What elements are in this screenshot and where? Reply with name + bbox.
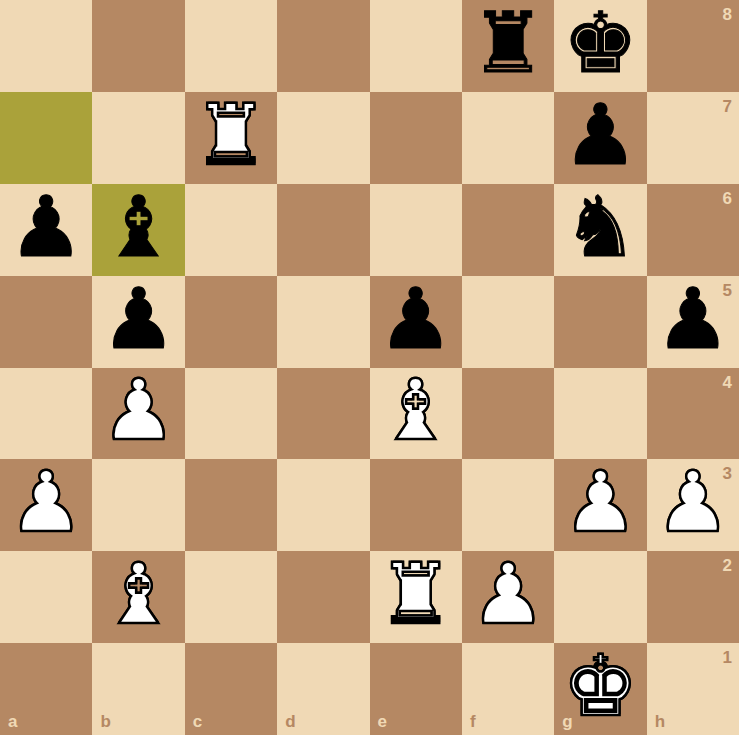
- square-d1[interactable]: d: [277, 643, 369, 735]
- square-f2[interactable]: ♟: [462, 551, 554, 643]
- piece-black-pawn[interactable]: ♟: [9, 185, 84, 269]
- piece-white-rook[interactable]: ♜: [378, 552, 453, 636]
- piece-white-king[interactable]: ♚: [563, 644, 638, 728]
- square-d4[interactable]: [277, 368, 369, 460]
- square-g6[interactable]: ♞: [554, 184, 646, 276]
- rank-label-8: 8: [723, 6, 732, 23]
- square-f5[interactable]: [462, 276, 554, 368]
- square-b3[interactable]: [92, 459, 184, 551]
- square-e4[interactable]: ♝: [370, 368, 462, 460]
- file-label-a: a: [8, 713, 17, 730]
- piece-black-king[interactable]: ♚: [563, 1, 638, 85]
- square-a4[interactable]: [0, 368, 92, 460]
- square-a1[interactable]: a: [0, 643, 92, 735]
- piece-black-knight[interactable]: ♞: [563, 185, 638, 269]
- file-label-f: f: [470, 713, 476, 730]
- piece-black-bishop[interactable]: ♝: [101, 185, 176, 269]
- piece-black-pawn[interactable]: ♟: [378, 277, 453, 361]
- square-c1[interactable]: c: [185, 643, 277, 735]
- square-g4[interactable]: [554, 368, 646, 460]
- square-d3[interactable]: [277, 459, 369, 551]
- square-g8[interactable]: ♚: [554, 0, 646, 92]
- square-f7[interactable]: [462, 92, 554, 184]
- square-a5[interactable]: [0, 276, 92, 368]
- rank-label-4: 4: [723, 374, 732, 391]
- square-h1[interactable]: 1h: [647, 643, 739, 735]
- square-b1[interactable]: b: [92, 643, 184, 735]
- piece-white-bishop[interactable]: ♝: [378, 368, 453, 452]
- rank-label-6: 6: [723, 190, 732, 207]
- square-c5[interactable]: [185, 276, 277, 368]
- file-label-b: b: [100, 713, 110, 730]
- file-label-h: h: [655, 713, 665, 730]
- piece-black-pawn[interactable]: ♟: [655, 277, 730, 361]
- file-label-c: c: [193, 713, 202, 730]
- rank-label-1: 1: [723, 649, 732, 666]
- square-a6[interactable]: ♟: [0, 184, 92, 276]
- square-b6[interactable]: ♝: [92, 184, 184, 276]
- rank-label-7: 7: [723, 98, 732, 115]
- square-f1[interactable]: f: [462, 643, 554, 735]
- square-d5[interactable]: [277, 276, 369, 368]
- piece-black-rook[interactable]: ♜: [470, 1, 545, 85]
- square-d8[interactable]: [277, 0, 369, 92]
- square-d6[interactable]: [277, 184, 369, 276]
- square-g5[interactable]: [554, 276, 646, 368]
- square-f8[interactable]: ♜: [462, 0, 554, 92]
- square-d2[interactable]: [277, 551, 369, 643]
- piece-white-pawn[interactable]: ♟: [9, 460, 84, 544]
- square-c6[interactable]: [185, 184, 277, 276]
- square-e1[interactable]: e: [370, 643, 462, 735]
- square-h3[interactable]: ♟3: [647, 459, 739, 551]
- square-c3[interactable]: [185, 459, 277, 551]
- piece-white-pawn[interactable]: ♟: [101, 368, 176, 452]
- square-h5[interactable]: ♟5: [647, 276, 739, 368]
- square-f4[interactable]: [462, 368, 554, 460]
- square-c7[interactable]: ♜: [185, 92, 277, 184]
- square-e5[interactable]: ♟: [370, 276, 462, 368]
- piece-white-pawn[interactable]: ♟: [655, 460, 730, 544]
- square-c4[interactable]: [185, 368, 277, 460]
- piece-black-pawn[interactable]: ♟: [101, 277, 176, 361]
- square-e6[interactable]: [370, 184, 462, 276]
- square-b4[interactable]: ♟: [92, 368, 184, 460]
- square-d7[interactable]: [277, 92, 369, 184]
- square-g7[interactable]: ♟: [554, 92, 646, 184]
- square-e3[interactable]: [370, 459, 462, 551]
- piece-black-pawn[interactable]: ♟: [563, 93, 638, 177]
- piece-white-rook[interactable]: ♜: [193, 93, 268, 177]
- square-h8[interactable]: 8: [647, 0, 739, 92]
- square-f3[interactable]: [462, 459, 554, 551]
- square-c8[interactable]: [185, 0, 277, 92]
- piece-white-pawn[interactable]: ♟: [470, 552, 545, 636]
- rank-label-2: 2: [723, 557, 732, 574]
- square-g1[interactable]: ♚g: [554, 643, 646, 735]
- square-b2[interactable]: ♝: [92, 551, 184, 643]
- chess-board: ♜♚8♜♟7♟♝♞6♟♟♟5♟♝4♟♟♟3♝♜♟2abcdef♚g1h: [0, 0, 739, 735]
- piece-white-bishop[interactable]: ♝: [101, 552, 176, 636]
- file-label-d: d: [285, 713, 295, 730]
- square-a7[interactable]: [0, 92, 92, 184]
- square-b5[interactable]: ♟: [92, 276, 184, 368]
- square-e8[interactable]: [370, 0, 462, 92]
- square-h2[interactable]: 2: [647, 551, 739, 643]
- square-h7[interactable]: 7: [647, 92, 739, 184]
- square-a8[interactable]: [0, 0, 92, 92]
- square-b8[interactable]: [92, 0, 184, 92]
- square-h4[interactable]: 4: [647, 368, 739, 460]
- piece-white-pawn[interactable]: ♟: [563, 460, 638, 544]
- square-e7[interactable]: [370, 92, 462, 184]
- square-c2[interactable]: [185, 551, 277, 643]
- square-b7[interactable]: [92, 92, 184, 184]
- square-a2[interactable]: [0, 551, 92, 643]
- square-g2[interactable]: [554, 551, 646, 643]
- square-e2[interactable]: ♜: [370, 551, 462, 643]
- square-g3[interactable]: ♟: [554, 459, 646, 551]
- square-h6[interactable]: 6: [647, 184, 739, 276]
- square-a3[interactable]: ♟: [0, 459, 92, 551]
- square-f6[interactable]: [462, 184, 554, 276]
- file-label-e: e: [378, 713, 387, 730]
